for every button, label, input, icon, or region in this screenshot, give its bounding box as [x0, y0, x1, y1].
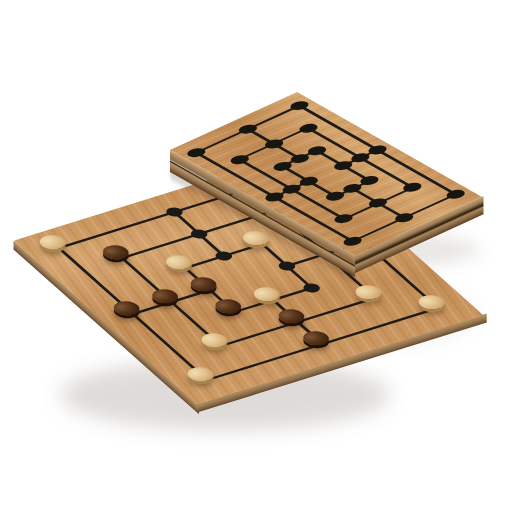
product-photo-stage: [0, 0, 520, 520]
